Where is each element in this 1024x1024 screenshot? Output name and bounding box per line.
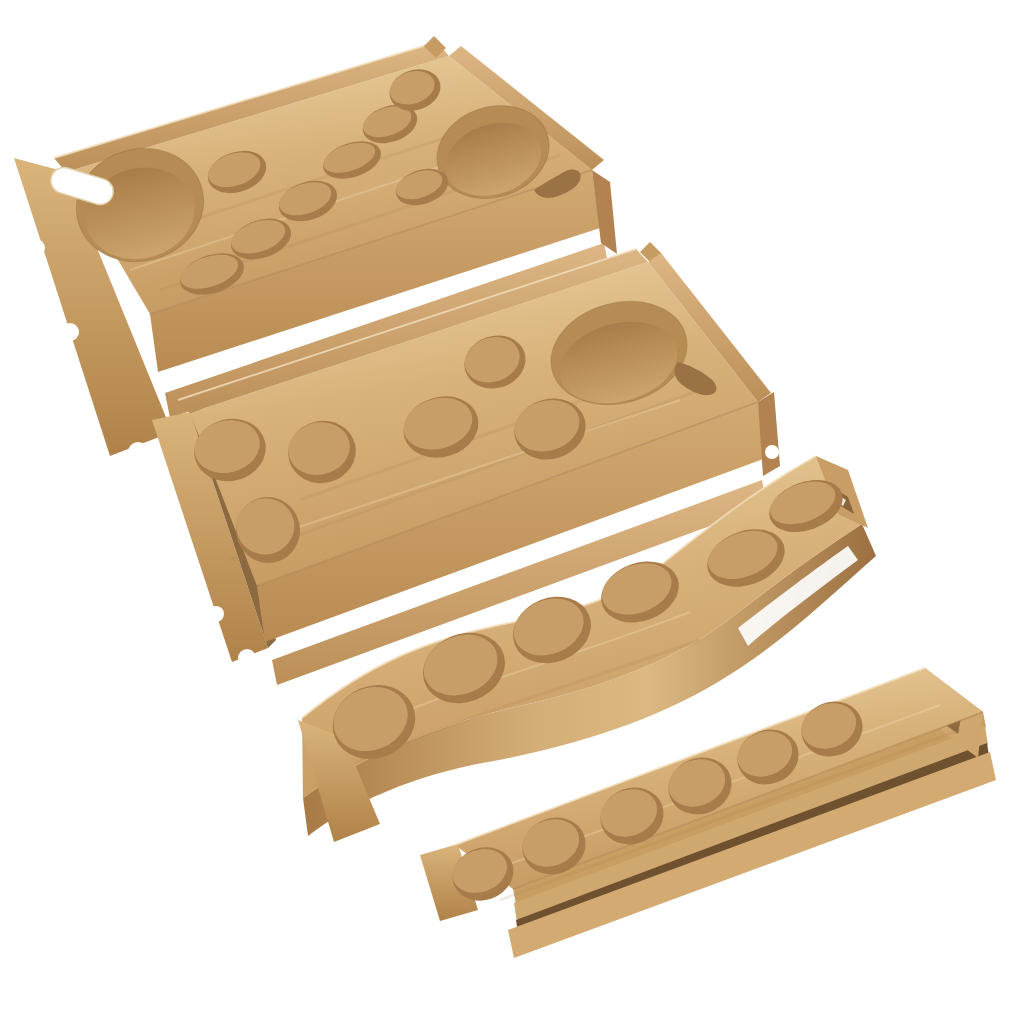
leg-notch	[208, 606, 224, 622]
product-photo	[0, 0, 1024, 1024]
leg-notch	[128, 442, 148, 462]
leg-notch	[27, 239, 45, 257]
leg-notch	[238, 649, 256, 667]
leg-notch	[765, 445, 779, 459]
leg-notch	[61, 323, 79, 341]
product-photo-canvas	[0, 0, 1024, 1024]
